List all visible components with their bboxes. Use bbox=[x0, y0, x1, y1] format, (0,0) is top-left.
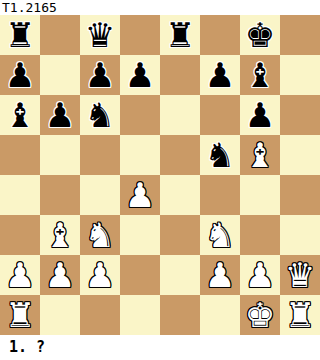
piece-black-king[interactable]: ♚ bbox=[245, 15, 275, 55]
piece-black-knight[interactable]: ♞ bbox=[205, 135, 235, 175]
square-e8[interactable]: ♜ bbox=[160, 15, 200, 55]
square-f1[interactable] bbox=[200, 295, 240, 335]
piece-black-pawn[interactable]: ♟ bbox=[125, 55, 155, 95]
square-d1[interactable] bbox=[120, 295, 160, 335]
square-g4[interactable] bbox=[240, 175, 280, 215]
piece-black-queen[interactable]: ♛ bbox=[85, 15, 115, 55]
square-d2[interactable] bbox=[120, 255, 160, 295]
piece-white-pawn[interactable]: ♟ bbox=[45, 255, 75, 295]
square-g8[interactable]: ♚ bbox=[240, 15, 280, 55]
square-h2[interactable]: ♛ bbox=[280, 255, 320, 295]
piece-black-bishop[interactable]: ♝ bbox=[5, 95, 35, 135]
square-f7[interactable]: ♟ bbox=[200, 55, 240, 95]
square-b4[interactable] bbox=[40, 175, 80, 215]
piece-white-pawn[interactable]: ♟ bbox=[245, 255, 275, 295]
piece-white-pawn[interactable]: ♟ bbox=[85, 255, 115, 295]
square-d4[interactable]: ♟ bbox=[120, 175, 160, 215]
square-e5[interactable] bbox=[160, 135, 200, 175]
square-e3[interactable] bbox=[160, 215, 200, 255]
square-f5[interactable]: ♞ bbox=[200, 135, 240, 175]
piece-black-knight[interactable]: ♞ bbox=[85, 95, 115, 135]
piece-white-pawn[interactable]: ♟ bbox=[125, 175, 155, 215]
square-g7[interactable]: ♝ bbox=[240, 55, 280, 95]
square-c3[interactable]: ♞ bbox=[80, 215, 120, 255]
square-e2[interactable] bbox=[160, 255, 200, 295]
square-d5[interactable] bbox=[120, 135, 160, 175]
square-f6[interactable] bbox=[200, 95, 240, 135]
piece-black-pawn[interactable]: ♟ bbox=[85, 55, 115, 95]
square-h4[interactable] bbox=[280, 175, 320, 215]
square-f3[interactable]: ♞ bbox=[200, 215, 240, 255]
piece-white-rook[interactable]: ♜ bbox=[5, 295, 35, 335]
square-f4[interactable] bbox=[200, 175, 240, 215]
piece-black-pawn[interactable]: ♟ bbox=[245, 95, 275, 135]
square-g3[interactable] bbox=[240, 215, 280, 255]
square-b8[interactable] bbox=[40, 15, 80, 55]
square-a7[interactable]: ♟ bbox=[0, 55, 40, 95]
square-c6[interactable]: ♞ bbox=[80, 95, 120, 135]
chess-board: ♜♛♜♚♟♟♟♟♝♝♟♞♟♞♝♟♝♞♞♟♟♟♟♟♛♜♚♜ bbox=[0, 15, 320, 335]
piece-white-pawn[interactable]: ♟ bbox=[205, 255, 235, 295]
piece-black-rook[interactable]: ♜ bbox=[5, 15, 35, 55]
square-b6[interactable]: ♟ bbox=[40, 95, 80, 135]
square-e4[interactable] bbox=[160, 175, 200, 215]
piece-black-bishop[interactable]: ♝ bbox=[245, 55, 275, 95]
piece-white-knight[interactable]: ♞ bbox=[205, 215, 235, 255]
square-h7[interactable] bbox=[280, 55, 320, 95]
square-h3[interactable] bbox=[280, 215, 320, 255]
square-a2[interactable]: ♟ bbox=[0, 255, 40, 295]
move-prompt: 1. ? bbox=[0, 335, 320, 360]
piece-black-rook[interactable]: ♜ bbox=[165, 15, 195, 55]
square-e6[interactable] bbox=[160, 95, 200, 135]
square-h1[interactable]: ♜ bbox=[280, 295, 320, 335]
square-b2[interactable]: ♟ bbox=[40, 255, 80, 295]
square-d7[interactable]: ♟ bbox=[120, 55, 160, 95]
piece-white-knight[interactable]: ♞ bbox=[85, 215, 115, 255]
square-g2[interactable]: ♟ bbox=[240, 255, 280, 295]
square-b3[interactable]: ♝ bbox=[40, 215, 80, 255]
piece-white-queen[interactable]: ♛ bbox=[285, 255, 315, 295]
square-b1[interactable] bbox=[40, 295, 80, 335]
piece-white-bishop[interactable]: ♝ bbox=[45, 215, 75, 255]
square-b7[interactable] bbox=[40, 55, 80, 95]
piece-white-pawn[interactable]: ♟ bbox=[5, 255, 35, 295]
square-d6[interactable] bbox=[120, 95, 160, 135]
square-e7[interactable] bbox=[160, 55, 200, 95]
puzzle-title: T1.2165 bbox=[0, 0, 320, 15]
square-g1[interactable]: ♚ bbox=[240, 295, 280, 335]
square-a6[interactable]: ♝ bbox=[0, 95, 40, 135]
square-a8[interactable]: ♜ bbox=[0, 15, 40, 55]
piece-white-king[interactable]: ♚ bbox=[245, 295, 275, 335]
square-c8[interactable]: ♛ bbox=[80, 15, 120, 55]
square-a3[interactable] bbox=[0, 215, 40, 255]
piece-white-bishop[interactable]: ♝ bbox=[245, 135, 275, 175]
square-h6[interactable] bbox=[280, 95, 320, 135]
square-f2[interactable]: ♟ bbox=[200, 255, 240, 295]
square-c5[interactable] bbox=[80, 135, 120, 175]
square-c1[interactable] bbox=[80, 295, 120, 335]
square-c2[interactable]: ♟ bbox=[80, 255, 120, 295]
square-d3[interactable] bbox=[120, 215, 160, 255]
square-c4[interactable] bbox=[80, 175, 120, 215]
square-h8[interactable] bbox=[280, 15, 320, 55]
square-c7[interactable]: ♟ bbox=[80, 55, 120, 95]
square-b5[interactable] bbox=[40, 135, 80, 175]
square-d8[interactable] bbox=[120, 15, 160, 55]
piece-black-pawn[interactable]: ♟ bbox=[205, 55, 235, 95]
square-a4[interactable] bbox=[0, 175, 40, 215]
piece-white-rook[interactable]: ♜ bbox=[285, 295, 315, 335]
piece-black-pawn[interactable]: ♟ bbox=[45, 95, 75, 135]
square-h5[interactable] bbox=[280, 135, 320, 175]
piece-black-pawn[interactable]: ♟ bbox=[5, 55, 35, 95]
square-g6[interactable]: ♟ bbox=[240, 95, 280, 135]
square-g5[interactable]: ♝ bbox=[240, 135, 280, 175]
square-a1[interactable]: ♜ bbox=[0, 295, 40, 335]
square-f8[interactable] bbox=[200, 15, 240, 55]
square-a5[interactable] bbox=[0, 135, 40, 175]
square-e1[interactable] bbox=[160, 295, 200, 335]
